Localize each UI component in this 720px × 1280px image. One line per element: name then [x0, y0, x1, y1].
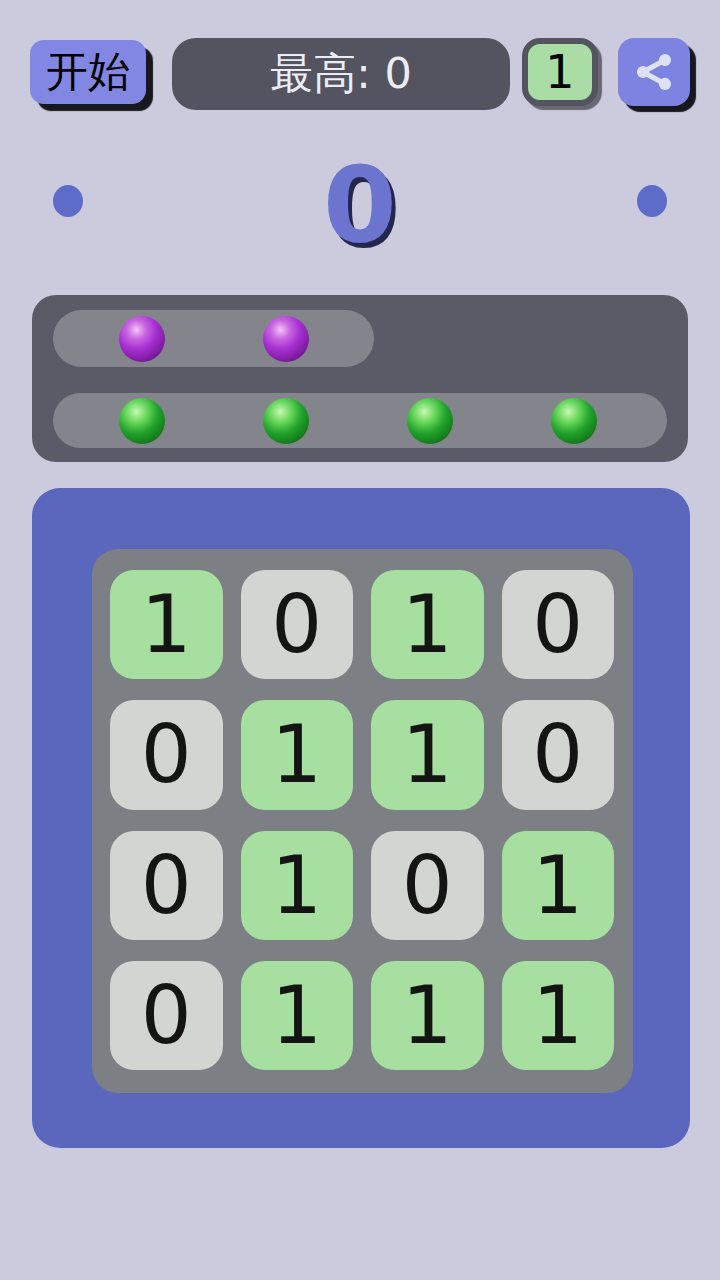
grid-cell-r2c2[interactable]: 1 — [241, 700, 354, 809]
green-ball — [263, 398, 309, 444]
grid-cell-r2c4[interactable]: 0 — [502, 700, 615, 809]
purple-ball — [263, 316, 309, 362]
green-ball-track — [53, 393, 667, 448]
grid-cell-r4c3[interactable]: 1 — [371, 961, 484, 1070]
purple-ball-track — [53, 310, 374, 367]
grid-cell-r1c2[interactable]: 0 — [241, 570, 354, 679]
grid-cell-r1c3[interactable]: 1 — [371, 570, 484, 679]
purple-ball — [119, 316, 165, 362]
level-badge: 1 — [522, 38, 598, 106]
app-screen: 开始 最高: 0 1 0 1010011001010111 — [0, 0, 720, 1280]
grid-cell-r1c1[interactable]: 1 — [110, 570, 223, 679]
grid-cell-r4c1[interactable]: 0 — [110, 961, 223, 1070]
start-button[interactable]: 开始 — [30, 40, 146, 104]
ball-tray-panel — [32, 295, 688, 462]
score-value: 0 — [0, 148, 720, 265]
board-inner: 1010011001010111 — [92, 549, 633, 1093]
grid-cell-r1c4[interactable]: 0 — [502, 570, 615, 679]
grid-cell-r3c2[interactable]: 1 — [241, 831, 354, 940]
green-ball — [119, 398, 165, 444]
game-board: 1010011001010111 — [32, 488, 690, 1148]
grid-cell-r3c4[interactable]: 1 — [502, 831, 615, 940]
grid-cell-r2c3[interactable]: 1 — [371, 700, 484, 809]
grid-cell-r4c2[interactable]: 1 — [241, 961, 354, 1070]
share-icon — [632, 50, 676, 94]
green-ball — [551, 398, 597, 444]
share-button[interactable] — [618, 38, 690, 106]
right-dot — [637, 185, 667, 217]
grid-cell-r2c1[interactable]: 0 — [110, 700, 223, 809]
grid-cell-r3c3[interactable]: 0 — [371, 831, 484, 940]
binary-grid: 1010011001010111 — [110, 570, 614, 1070]
grid-cell-r4c4[interactable]: 1 — [502, 961, 615, 1070]
best-score-pill: 最高: 0 — [172, 38, 510, 110]
green-ball — [407, 398, 453, 444]
grid-cell-r3c1[interactable]: 0 — [110, 831, 223, 940]
